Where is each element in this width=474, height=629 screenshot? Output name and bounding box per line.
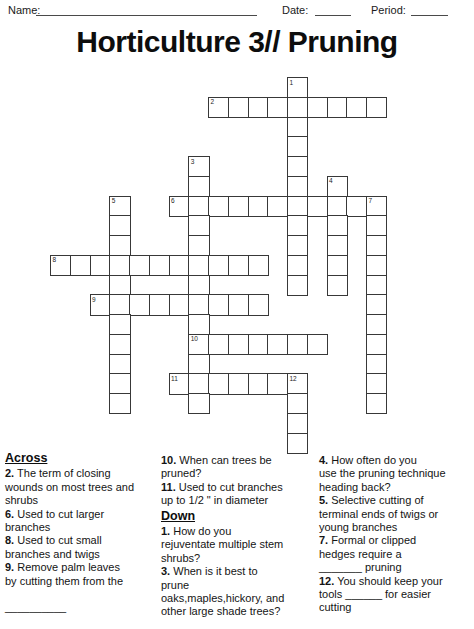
cell-number: 5 [109,196,115,205]
grid-cell[interactable] [228,334,249,355]
grid-cell[interactable] [109,215,130,236]
grid-cell[interactable] [109,314,130,335]
clue-number-label: 4. [319,454,328,466]
grid-cell[interactable] [366,235,387,256]
clue-down-7: 7. Formal or clipped hedges require a __… [319,534,471,574]
grid-cell[interactable] [208,373,229,394]
cell-number: 2 [208,97,214,106]
grid-cell[interactable] [188,275,209,296]
grid-cell[interactable] [109,275,130,296]
grid-cell[interactable] [287,156,308,177]
grid-cell[interactable] [366,97,387,118]
grid-cell[interactable] [109,373,130,394]
grid-cell[interactable] [188,215,209,236]
clue-down-1: 1. How do you rejuventate multiple stem … [161,525,318,565]
grid-cell[interactable] [188,255,209,276]
grid-cell[interactable] [90,255,111,276]
clue-text: When can trees be pruned? [161,454,272,479]
grid-cell[interactable] [188,373,209,394]
grid-cell[interactable] [109,334,130,355]
grid-cell[interactable] [287,235,308,256]
clue-text: How often do you use the pruning techniq… [319,454,446,493]
grid-cell[interactable] [188,176,209,197]
clue-number-label: 1. [161,525,170,537]
grid-cell[interactable] [346,196,367,217]
grid-cell[interactable] [287,255,308,276]
grid-cell[interactable] [188,235,209,256]
cell-number: 11 [169,373,178,382]
clue-number-label: 11. [161,481,176,493]
clue-number-label: 5. [319,494,328,506]
grid-cell[interactable] [188,294,209,315]
grid-cell[interactable] [188,354,209,375]
grid-cell[interactable] [70,255,91,276]
grid-cell[interactable] [366,255,387,276]
clue-text: Used to cut branches up to 1/2 " in diam… [161,481,283,506]
grid-cell[interactable] [287,433,308,454]
name-blank[interactable] [36,5,257,16]
grid-cell[interactable] [307,196,328,217]
grid-cell[interactable] [267,373,288,394]
clue-text: Selective cutting of terminal ends of tw… [319,494,438,533]
clue-down-12: 12. You should keep your tools ______ fo… [319,575,471,615]
grid-cell[interactable] [287,176,308,197]
clue-text: When is it best to prune oaks,maples,hic… [161,565,284,617]
grid-cell[interactable] [366,314,387,335]
clue-across-6: 6. Used to cut larger branches [5,508,161,535]
grid-cell[interactable] [208,294,229,315]
cell-number: 3 [188,156,194,165]
clue-text: Remove palm leaves by cutting them from … [5,561,123,613]
grid-cell[interactable] [327,196,348,217]
grid-cell[interactable] [287,196,308,217]
clue-across-9: 9. Remove palm leaves by cutting them fr… [5,561,161,615]
grid-cell[interactable] [287,136,308,157]
grid-cell[interactable] [366,334,387,355]
period-blank[interactable] [411,5,448,16]
cell-number: 1 [287,77,293,86]
across-header: Across [5,452,161,465]
grid-cell[interactable] [366,275,387,296]
cell-number: 10 [188,334,198,343]
clue-number-label: 2. [5,467,14,479]
grid-cell[interactable] [267,97,288,118]
crossword-worksheet: Name: Date: Period: Horticulture 3// Pru… [0,0,474,629]
grid-cell[interactable] [248,196,269,217]
grid-cell[interactable] [169,255,190,276]
grid-cell[interactable] [248,373,269,394]
grid-cell[interactable] [287,393,308,414]
grid-cell[interactable] [327,215,348,236]
date-label: Date: [282,4,308,16]
grid-cell[interactable] [287,117,308,138]
grid-cell[interactable] [109,393,130,414]
clue-number-label: 9. [5,561,14,573]
grid-cell[interactable] [188,314,209,335]
grid-cell[interactable] [287,275,308,296]
grid-cell[interactable] [287,215,308,236]
clue-number-label: 12. [319,575,334,587]
grid-cell[interactable] [248,294,269,315]
cell-number: 6 [169,196,175,205]
grid-cell[interactable] [307,97,328,118]
grid-cell[interactable] [327,255,348,276]
grid-cell[interactable] [129,294,150,315]
cell-number: 9 [90,294,96,303]
grid-cell[interactable] [248,255,269,276]
grid-cell[interactable] [287,413,308,434]
grid-cell[interactable] [228,196,249,217]
grid-cell[interactable] [129,255,150,276]
cell-number: 7 [366,196,372,205]
grid-cell[interactable] [267,196,288,217]
grid-cell[interactable] [109,235,130,256]
grid-cell[interactable] [228,294,249,315]
cell-number: 12 [287,373,297,382]
grid-cell[interactable] [267,334,288,355]
grid-cell[interactable] [208,334,229,355]
clue-across-10: 10. When can trees be pruned? [161,454,318,481]
grid-cell[interactable] [327,97,348,118]
clue-down-5: 5. Selective cutting of terminal ends of… [319,494,471,534]
grid-cell[interactable] [228,255,249,276]
grid-cell[interactable] [248,334,269,355]
clues-column-middle: 10. When can trees be pruned? 11. Used t… [161,454,318,619]
clue-down-3: 3. When is it best to prune oaks,maples,… [161,565,318,619]
period-label: Period: [371,4,406,16]
grid-cell[interactable] [188,393,209,414]
grid-cell[interactable] [327,275,348,296]
grid-cell[interactable] [109,294,130,315]
clue-number-label: 8. [5,534,14,546]
cell-number: 8 [50,255,56,264]
grid-cell[interactable] [109,354,130,375]
clues-column-left: Across 2. The term of closing wounds on … [5,452,161,615]
clue-text: You should keep your tools ______ for ea… [319,575,443,614]
grid-cell[interactable] [228,97,249,118]
grid-cell[interactable] [287,334,308,355]
cell-number: 4 [327,176,333,185]
grid-cell[interactable] [366,215,387,236]
grid-cell[interactable] [366,294,387,315]
grid-cell[interactable] [109,255,130,276]
clue-text: Used to cut small branches and twigs [5,534,102,559]
grid-cell[interactable] [208,196,229,217]
clue-number-label: 6. [5,508,14,520]
grid-cell[interactable] [248,97,269,118]
clue-across-8: 8. Used to cut small branches and twigs [5,534,161,561]
grid-cell[interactable] [287,97,308,118]
clue-number-label: 3. [161,565,170,577]
clue-text: Formal or clipped hedges require a _____… [319,534,416,573]
grid-cell[interactable] [366,373,387,394]
grid-cell[interactable] [346,97,367,118]
clue-number-label: 7. [319,534,328,546]
grid-cell[interactable] [188,196,209,217]
clue-across-11: 11. Used to cut branches up to 1/2 " in … [161,481,318,508]
grid-cell[interactable] [208,255,229,276]
clue-text: How do you rejuventate multiple stem shr… [161,525,283,564]
clue-text: The term of closing wounds on most trees… [5,467,134,506]
grid-cell[interactable] [149,294,170,315]
date-blank[interactable] [315,5,351,16]
grid-cell[interactable] [149,255,170,276]
down-header: Down [161,510,318,523]
clue-across-2: 2. The term of closing wounds on most tr… [5,467,161,507]
page-title: Horticulture 3// Pruning [0,25,474,59]
clue-text: Used to cut larger branches [5,508,104,533]
grid-cell[interactable] [169,294,190,315]
clue-down-4: 4. How often do you use the pruning tech… [319,454,471,494]
grid-cell[interactable] [228,373,249,394]
grid-cell[interactable] [327,235,348,256]
grid-cell[interactable] [366,393,387,414]
crossword-grid: 123456789101112 [50,77,388,454]
grid-cell[interactable] [366,354,387,375]
clues-column-right: 4. How often do you use the pruning tech… [319,454,471,615]
grid-cell[interactable] [307,334,328,355]
clue-number-label: 10. [161,454,176,466]
